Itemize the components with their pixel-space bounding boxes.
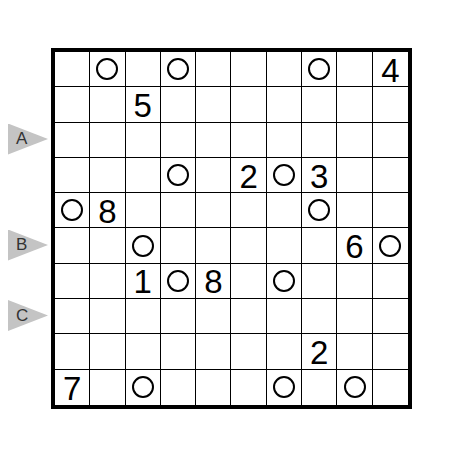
- cell-r1c6[interactable]: [231, 52, 266, 87]
- cell-r9c2[interactable]: [90, 334, 125, 369]
- white-circle-clue: [132, 235, 154, 257]
- white-circle-clue: [167, 58, 189, 80]
- cell-r7c2[interactable]: [90, 264, 125, 299]
- white-circle-clue: [96, 58, 118, 80]
- cell-r9c4[interactable]: [161, 334, 196, 369]
- cell-r4c9[interactable]: [337, 158, 372, 193]
- digit-clue: 8: [204, 265, 222, 298]
- cell-r2c7[interactable]: [267, 87, 302, 122]
- cell-r1c8[interactable]: [302, 52, 337, 87]
- cell-r8c3[interactable]: [126, 299, 161, 334]
- cell-r2c4[interactable]: [161, 87, 196, 122]
- marker-letter: B: [8, 235, 27, 255]
- white-circle-clue: [379, 235, 401, 257]
- cell-r2c10[interactable]: [373, 87, 408, 122]
- cell-r1c3[interactable]: [126, 52, 161, 87]
- white-circle-clue: [308, 58, 330, 80]
- digit-clue: 2: [310, 336, 328, 369]
- digit-clue: 3: [310, 160, 328, 193]
- answer-row-marker-c: C: [8, 300, 48, 331]
- answer-row-marker-b: B: [8, 230, 48, 261]
- digit-clue: 5: [134, 89, 152, 122]
- cell-r8c2[interactable]: [90, 299, 125, 334]
- cell-r4c3[interactable]: [126, 158, 161, 193]
- white-circle-clue: [344, 376, 366, 398]
- cell-r9c7[interactable]: [267, 334, 302, 369]
- cell-r7c3[interactable]: 1: [126, 264, 161, 299]
- cell-r10c9[interactable]: [337, 370, 372, 405]
- cell-r3c3[interactable]: [126, 123, 161, 158]
- cell-r5c8[interactable]: [302, 193, 337, 228]
- cell-r8c1[interactable]: [55, 299, 90, 334]
- cell-r4c4[interactable]: [161, 158, 196, 193]
- cell-r7c7[interactable]: [267, 264, 302, 299]
- cell-r8c7[interactable]: [267, 299, 302, 334]
- cell-r10c2[interactable]: [90, 370, 125, 405]
- white-circle-clue: [273, 376, 295, 398]
- cell-r9c5[interactable]: [196, 334, 231, 369]
- cell-r6c7[interactable]: [267, 228, 302, 263]
- cell-r6c10[interactable]: [373, 228, 408, 263]
- cell-r2c9[interactable]: [337, 87, 372, 122]
- cell-r2c5[interactable]: [196, 87, 231, 122]
- cell-r1c2[interactable]: [90, 52, 125, 87]
- white-circle-clue: [167, 164, 189, 186]
- cell-r6c9[interactable]: 6: [337, 228, 372, 263]
- cell-r5c4[interactable]: [161, 193, 196, 228]
- cell-r3c8[interactable]: [302, 123, 337, 158]
- marker-letter: A: [8, 129, 27, 149]
- cell-r8c6[interactable]: [231, 299, 266, 334]
- cell-r8c9[interactable]: [337, 299, 372, 334]
- cell-r4c2[interactable]: [90, 158, 125, 193]
- cell-r7c8[interactable]: [302, 264, 337, 299]
- cell-r3c7[interactable]: [267, 123, 302, 158]
- cell-r1c9[interactable]: [337, 52, 372, 87]
- digit-clue: 4: [381, 54, 399, 87]
- cell-r10c3[interactable]: [126, 370, 161, 405]
- cell-r9c3[interactable]: [126, 334, 161, 369]
- cell-r3c6[interactable]: [231, 123, 266, 158]
- cell-r5c7[interactable]: [267, 193, 302, 228]
- cell-r1c7[interactable]: [267, 52, 302, 87]
- cell-r4c8[interactable]: 3: [302, 158, 337, 193]
- cell-r7c5[interactable]: 8: [196, 264, 231, 299]
- white-circle-clue: [308, 199, 330, 221]
- cell-r9c9[interactable]: [337, 334, 372, 369]
- cell-r9c1[interactable]: [55, 334, 90, 369]
- cell-r4c1[interactable]: [55, 158, 90, 193]
- white-circle-clue: [167, 270, 189, 292]
- white-circle-clue: [132, 376, 154, 398]
- cell-r1c4[interactable]: [161, 52, 196, 87]
- cell-r1c1[interactable]: [55, 52, 90, 87]
- cell-r10c1[interactable]: 7: [55, 370, 90, 405]
- cell-r5c3[interactable]: [126, 193, 161, 228]
- cell-r6c4[interactable]: [161, 228, 196, 263]
- cell-r3c9[interactable]: [337, 123, 372, 158]
- cell-r9c10[interactable]: [373, 334, 408, 369]
- puzzle-page: 4523861827 ABC: [0, 0, 464, 462]
- cell-r6c1[interactable]: [55, 228, 90, 263]
- cell-r2c1[interactable]: [55, 87, 90, 122]
- cell-r6c6[interactable]: [231, 228, 266, 263]
- cell-r10c5[interactable]: [196, 370, 231, 405]
- cell-r8c4[interactable]: [161, 299, 196, 334]
- cell-r5c9[interactable]: [337, 193, 372, 228]
- digit-clue: 2: [239, 160, 257, 193]
- digit-clue: 1: [134, 265, 152, 298]
- digit-clue: 8: [98, 195, 116, 228]
- cell-r2c6[interactable]: [231, 87, 266, 122]
- cell-r3c4[interactable]: [161, 123, 196, 158]
- white-circle-clue: [273, 164, 295, 186]
- cell-r2c8[interactable]: [302, 87, 337, 122]
- cell-r10c10[interactable]: [373, 370, 408, 405]
- cell-r6c5[interactable]: [196, 228, 231, 263]
- cell-r5c5[interactable]: [196, 193, 231, 228]
- cell-r2c3[interactable]: 5: [126, 87, 161, 122]
- cell-r4c7[interactable]: [267, 158, 302, 193]
- cell-r4c5[interactable]: [196, 158, 231, 193]
- cell-r7c9[interactable]: [337, 264, 372, 299]
- cell-r8c8[interactable]: [302, 299, 337, 334]
- cell-r2c2[interactable]: [90, 87, 125, 122]
- digit-clue: 7: [63, 372, 81, 405]
- cell-r9c8[interactable]: 2: [302, 334, 337, 369]
- cell-r7c6[interactable]: [231, 264, 266, 299]
- cell-r6c2[interactable]: [90, 228, 125, 263]
- cell-r7c10[interactable]: [373, 264, 408, 299]
- cell-r5c2[interactable]: 8: [90, 193, 125, 228]
- cell-r4c10[interactable]: [373, 158, 408, 193]
- cell-r3c10[interactable]: [373, 123, 408, 158]
- puzzle-grid: 4523861827: [51, 48, 412, 409]
- cell-r5c6[interactable]: [231, 193, 266, 228]
- cell-r10c6[interactable]: [231, 370, 266, 405]
- cell-r10c7[interactable]: [267, 370, 302, 405]
- cell-r9c6[interactable]: [231, 334, 266, 369]
- white-circle-clue: [61, 199, 83, 221]
- cell-r1c5[interactable]: [196, 52, 231, 87]
- answer-row-marker-a: A: [8, 124, 48, 155]
- cell-r7c4[interactable]: [161, 264, 196, 299]
- cell-r6c3[interactable]: [126, 228, 161, 263]
- cell-r3c5[interactable]: [196, 123, 231, 158]
- cell-r10c4[interactable]: [161, 370, 196, 405]
- cell-r6c8[interactable]: [302, 228, 337, 263]
- cell-r8c5[interactable]: [196, 299, 231, 334]
- digit-clue: 6: [345, 230, 363, 263]
- cell-r5c1[interactable]: [55, 193, 90, 228]
- marker-letter: C: [8, 306, 28, 326]
- cell-r8c10[interactable]: [373, 299, 408, 334]
- cell-r5c10[interactable]: [373, 193, 408, 228]
- cell-r7c1[interactable]: [55, 264, 90, 299]
- cell-r3c2[interactable]: [90, 123, 125, 158]
- white-circle-clue: [273, 270, 295, 292]
- cell-r10c8[interactable]: [302, 370, 337, 405]
- cell-r1c10[interactable]: 4: [373, 52, 408, 87]
- cell-r3c1[interactable]: [55, 123, 90, 158]
- cell-r4c6[interactable]: 2: [231, 158, 266, 193]
